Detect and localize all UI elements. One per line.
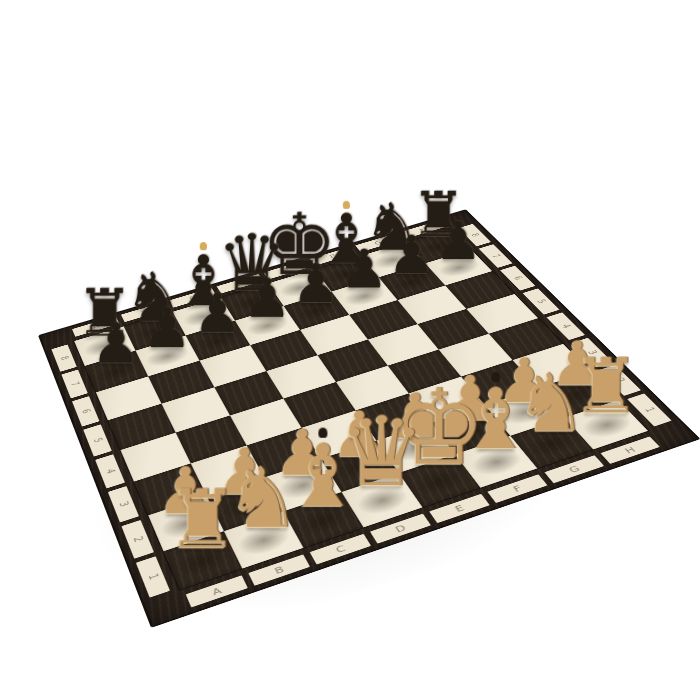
rook-glyph: ♜: [166, 479, 238, 560]
bishop-tip-accent: [318, 428, 327, 438]
chess-scene: ABCDEFGH ABCDEFGH 87654321 87654321 ♜♞♝♛…: [41, 87, 631, 677]
bishop-tip-accent: [491, 372, 500, 382]
bishop-tip-accent: [343, 201, 350, 209]
bishop-tip-accent: [200, 242, 207, 250]
